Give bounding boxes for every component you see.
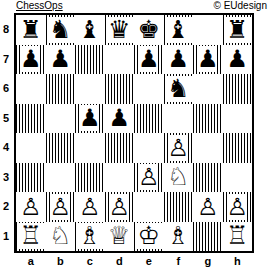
- rank-label-7: 7: [0, 45, 12, 75]
- piece-white-knight: ♘: [47, 223, 74, 249]
- square-g2[interactable]: ♙: [193, 192, 223, 222]
- square-g8[interactable]: [193, 15, 223, 45]
- square-c3[interactable]: [75, 163, 105, 193]
- title-bar: ChessOps © EUdesign: [0, 0, 270, 13]
- piece-white-pawn: ♙: [139, 164, 158, 190]
- square-a5[interactable]: [16, 104, 46, 134]
- rank-label-4: 4: [0, 133, 12, 163]
- square-b4[interactable]: [46, 133, 76, 163]
- rank-label-1: 1: [0, 222, 12, 252]
- piece-white-pawn: ♙: [228, 194, 247, 220]
- square-a4[interactable]: [16, 133, 46, 163]
- square-b8[interactable]: ♞: [46, 15, 76, 45]
- square-g3[interactable]: [193, 163, 223, 193]
- piece-black-pawn: ♟: [139, 46, 158, 72]
- piece-white-pawn: ♙: [51, 194, 70, 220]
- square-a3[interactable]: [16, 163, 46, 193]
- app-title: ChessOps: [16, 0, 63, 12]
- square-h2[interactable]: ♙: [223, 192, 253, 222]
- square-c2[interactable]: ♙: [75, 192, 105, 222]
- file-label-f: f: [164, 254, 194, 268]
- piece-white-rook: ♖: [17, 223, 44, 249]
- piece-white-pawn: ♙: [21, 194, 40, 220]
- square-h8[interactable]: ♜: [223, 15, 253, 45]
- rank-label-3: 3: [0, 163, 12, 193]
- square-e1[interactable]: ♔: [134, 222, 164, 252]
- square-a2[interactable]: ♙: [16, 192, 46, 222]
- square-c7[interactable]: [75, 45, 105, 75]
- square-a6[interactable]: [16, 74, 46, 104]
- square-c8[interactable]: ♝: [75, 15, 105, 45]
- square-e4[interactable]: [134, 133, 164, 163]
- square-c4[interactable]: [75, 133, 105, 163]
- square-b6[interactable]: [46, 74, 76, 104]
- square-b2[interactable]: ♙: [46, 192, 76, 222]
- square-e6[interactable]: [134, 74, 164, 104]
- copyright-credit: © EUdesign: [213, 0, 267, 12]
- piece-black-bishop: ♝: [76, 17, 103, 43]
- square-d8[interactable]: ♛: [105, 15, 135, 45]
- square-a8[interactable]: ♜: [16, 15, 46, 45]
- piece-black-queen: ♛: [106, 17, 133, 43]
- square-b7[interactable]: ♟: [46, 45, 76, 75]
- piece-white-pawn: ♙: [169, 135, 188, 161]
- square-g4[interactable]: [193, 133, 223, 163]
- piece-black-pawn: ♟: [51, 46, 70, 72]
- file-label-e: e: [134, 254, 164, 268]
- piece-black-bishop: ♝: [165, 17, 192, 43]
- piece-white-knight: ♘: [165, 164, 192, 190]
- file-label-c: c: [75, 254, 105, 268]
- piece-black-pawn: ♟: [21, 46, 40, 72]
- piece-white-bishop: ♗: [165, 223, 192, 249]
- file-label-a: a: [16, 254, 46, 268]
- square-g7[interactable]: ♟: [193, 45, 223, 75]
- file-label-d: d: [105, 254, 135, 268]
- square-b5[interactable]: [46, 104, 76, 134]
- square-d2[interactable]: ♙: [105, 192, 135, 222]
- rank-label-8: 8: [0, 15, 12, 45]
- square-f6[interactable]: ♞: [164, 74, 194, 104]
- square-g5[interactable]: [193, 104, 223, 134]
- piece-black-rook: ♜: [224, 17, 251, 43]
- square-f4[interactable]: ♙: [164, 133, 194, 163]
- piece-white-bishop: ♗: [76, 223, 103, 249]
- square-f1[interactable]: ♗: [164, 222, 194, 252]
- piece-black-rook: ♜: [17, 17, 44, 43]
- rank-label-5: 5: [0, 104, 12, 134]
- piece-black-knight: ♞: [165, 76, 192, 102]
- square-e5[interactable]: [134, 104, 164, 134]
- piece-white-queen: ♕: [106, 223, 133, 249]
- square-d7[interactable]: [105, 45, 135, 75]
- square-f8[interactable]: ♝: [164, 15, 194, 45]
- piece-white-pawn: ♙: [198, 194, 217, 220]
- square-h7[interactable]: ♟: [223, 45, 253, 75]
- square-f7[interactable]: ♟: [164, 45, 194, 75]
- rank-label-2: 2: [0, 192, 12, 222]
- file-label-h: h: [223, 254, 253, 268]
- square-d1[interactable]: ♕: [105, 222, 135, 252]
- square-g6[interactable]: [193, 74, 223, 104]
- square-d4[interactable]: [105, 133, 135, 163]
- square-d6[interactable]: [105, 74, 135, 104]
- square-e7[interactable]: ♟: [134, 45, 164, 75]
- square-d3[interactable]: [105, 163, 135, 193]
- square-h3[interactable]: [223, 163, 253, 193]
- file-label-g: g: [193, 254, 223, 268]
- square-f3[interactable]: ♘: [164, 163, 194, 193]
- square-h5[interactable]: [223, 104, 253, 134]
- piece-black-pawn: ♟: [169, 46, 188, 72]
- square-a1[interactable]: ♖: [16, 222, 46, 252]
- piece-white-pawn: ♙: [110, 194, 129, 220]
- square-h6[interactable]: [223, 74, 253, 104]
- square-h1[interactable]: ♖: [223, 222, 253, 252]
- piece-black-pawn: ♟: [110, 105, 129, 131]
- square-e8[interactable]: ♚: [134, 15, 164, 45]
- piece-white-rook: ♖: [224, 223, 251, 249]
- square-f5[interactable]: [164, 104, 194, 134]
- square-e2[interactable]: [134, 192, 164, 222]
- piece-black-knight: ♞: [47, 17, 74, 43]
- square-c5[interactable]: ♟: [75, 104, 105, 134]
- piece-black-pawn: ♟: [198, 46, 217, 72]
- piece-black-king: ♚: [135, 17, 162, 43]
- file-label-b: b: [46, 254, 76, 268]
- square-c6[interactable]: [75, 74, 105, 104]
- square-a7[interactable]: ♟: [16, 45, 46, 75]
- chessops-window: ChessOps © EUdesign ♜♞♝♛♚♝♜♟♟♟♟♟♟♞♟♟♙♙♘♙…: [0, 0, 270, 270]
- piece-white-pawn: ♙: [80, 194, 99, 220]
- square-h4[interactable]: [223, 133, 253, 163]
- square-c1[interactable]: ♗: [75, 222, 105, 252]
- piece-white-king: ♔: [135, 223, 162, 249]
- square-e3[interactable]: ♙: [134, 163, 164, 193]
- square-f2[interactable]: [164, 192, 194, 222]
- chess-board: ♜♞♝♛♚♝♜♟♟♟♟♟♟♞♟♟♙♙♘♙♙♙♙♙♙♖♘♗♕♔♗♖: [14, 13, 254, 253]
- square-d5[interactable]: ♟: [105, 104, 135, 134]
- piece-black-pawn: ♟: [80, 105, 99, 131]
- square-g1[interactable]: [193, 222, 223, 252]
- piece-black-pawn: ♟: [228, 46, 247, 72]
- rank-label-6: 6: [0, 74, 12, 104]
- square-b3[interactable]: [46, 163, 76, 193]
- square-b1[interactable]: ♘: [46, 222, 76, 252]
